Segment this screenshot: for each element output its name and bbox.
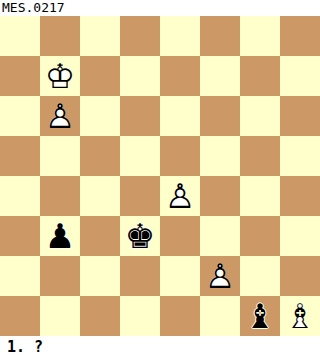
square-b3[interactable]: ♟	[40, 216, 80, 256]
square-g8[interactable]	[240, 16, 280, 56]
square-a5[interactable]	[0, 136, 40, 176]
square-h4[interactable]	[280, 176, 320, 216]
square-g4[interactable]	[240, 176, 280, 216]
white-pawn: ♟♙	[160, 176, 200, 216]
black-bishop: ♝	[240, 296, 280, 336]
square-f3[interactable]	[200, 216, 240, 256]
black-pawn: ♟	[40, 216, 80, 256]
square-b5[interactable]	[40, 136, 80, 176]
square-c1[interactable]	[80, 296, 120, 336]
square-b1[interactable]	[40, 296, 80, 336]
chess-diagram: MES.0217 ♚♔♟♙♟♙♟♚♟♙♝♝♗ 1. ?	[0, 0, 320, 360]
square-g5[interactable]	[240, 136, 280, 176]
square-c2[interactable]	[80, 256, 120, 296]
black-king: ♚	[120, 216, 160, 256]
square-h6[interactable]	[280, 96, 320, 136]
square-b2[interactable]	[40, 256, 80, 296]
square-b8[interactable]	[40, 16, 80, 56]
white-pawn: ♟♙	[40, 96, 80, 136]
square-f1[interactable]	[200, 296, 240, 336]
square-f8[interactable]	[200, 16, 240, 56]
square-c3[interactable]	[80, 216, 120, 256]
square-h2[interactable]	[280, 256, 320, 296]
square-g1[interactable]: ♝	[240, 296, 280, 336]
square-d3[interactable]: ♚	[120, 216, 160, 256]
square-f7[interactable]	[200, 56, 240, 96]
square-h5[interactable]	[280, 136, 320, 176]
square-f5[interactable]	[200, 136, 240, 176]
square-g3[interactable]	[240, 216, 280, 256]
square-a1[interactable]	[0, 296, 40, 336]
square-d4[interactable]	[120, 176, 160, 216]
square-b4[interactable]	[40, 176, 80, 216]
square-h3[interactable]	[280, 216, 320, 256]
square-e1[interactable]	[160, 296, 200, 336]
square-g7[interactable]	[240, 56, 280, 96]
square-f6[interactable]	[200, 96, 240, 136]
square-a3[interactable]	[0, 216, 40, 256]
white-bishop: ♝♗	[280, 296, 320, 336]
white-king: ♚♔	[40, 56, 80, 96]
square-a8[interactable]	[0, 16, 40, 56]
square-d1[interactable]	[120, 296, 160, 336]
white-pawn: ♟♙	[200, 256, 240, 296]
square-g2[interactable]	[240, 256, 280, 296]
square-d7[interactable]	[120, 56, 160, 96]
square-g6[interactable]	[240, 96, 280, 136]
square-e5[interactable]	[160, 136, 200, 176]
square-f4[interactable]	[200, 176, 240, 216]
square-c4[interactable]	[80, 176, 120, 216]
square-b7[interactable]: ♚♔	[40, 56, 80, 96]
square-d2[interactable]	[120, 256, 160, 296]
square-b6[interactable]: ♟♙	[40, 96, 80, 136]
square-d5[interactable]	[120, 136, 160, 176]
square-c5[interactable]	[80, 136, 120, 176]
square-e4[interactable]: ♟♙	[160, 176, 200, 216]
chess-board: ♚♔♟♙♟♙♟♚♟♙♝♝♗	[0, 16, 320, 336]
square-a7[interactable]	[0, 56, 40, 96]
square-e2[interactable]	[160, 256, 200, 296]
square-h8[interactable]	[280, 16, 320, 56]
square-c7[interactable]	[80, 56, 120, 96]
square-e7[interactable]	[160, 56, 200, 96]
square-h1[interactable]: ♝♗	[280, 296, 320, 336]
square-e8[interactable]	[160, 16, 200, 56]
square-a6[interactable]	[0, 96, 40, 136]
square-a2[interactable]	[0, 256, 40, 296]
square-f2[interactable]: ♟♙	[200, 256, 240, 296]
move-prompt: 1. ?	[0, 336, 320, 360]
square-c6[interactable]	[80, 96, 120, 136]
square-h7[interactable]	[280, 56, 320, 96]
square-a4[interactable]	[0, 176, 40, 216]
square-d8[interactable]	[120, 16, 160, 56]
diagram-title: MES.0217	[0, 0, 320, 16]
square-d6[interactable]	[120, 96, 160, 136]
square-c8[interactable]	[80, 16, 120, 56]
square-e6[interactable]	[160, 96, 200, 136]
square-e3[interactable]	[160, 216, 200, 256]
